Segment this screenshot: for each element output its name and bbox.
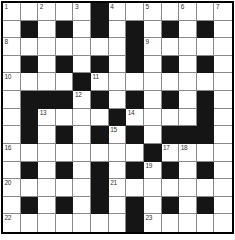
cell-r3c8[interactable] bbox=[144, 56, 162, 74]
cell-r5c0[interactable] bbox=[3, 91, 21, 109]
cell-r1c8[interactable] bbox=[144, 21, 162, 39]
cell-r8c6[interactable] bbox=[109, 144, 127, 162]
cell-r0c6[interactable]: 4 bbox=[109, 3, 127, 21]
cell-r3c12[interactable] bbox=[214, 56, 232, 74]
cell-r12c3[interactable] bbox=[56, 214, 74, 232]
cell-r4c9[interactable] bbox=[162, 73, 180, 91]
black-cell-r1c5 bbox=[91, 21, 109, 39]
cell-r12c9[interactable] bbox=[162, 214, 180, 232]
clue-number-9: 9 bbox=[145, 38, 148, 46]
cell-r9c10[interactable] bbox=[179, 162, 197, 180]
cell-r0c8[interactable]: 5 bbox=[144, 3, 162, 21]
cell-r6c5[interactable] bbox=[91, 109, 109, 127]
black-cell-r5c2 bbox=[38, 91, 56, 109]
cell-r0c12[interactable]: 7 bbox=[214, 3, 232, 21]
cell-r7c4[interactable] bbox=[73, 126, 91, 144]
black-cell-r3c11 bbox=[197, 56, 215, 74]
black-cell-r5c1 bbox=[21, 91, 39, 109]
clue-number-2: 2 bbox=[40, 3, 43, 11]
black-cell-r7c7 bbox=[126, 126, 144, 144]
black-cell-r4c4 bbox=[73, 73, 91, 91]
cell-r6c3[interactable] bbox=[56, 109, 74, 127]
cell-r1c6[interactable] bbox=[109, 21, 127, 39]
cell-r4c7[interactable] bbox=[126, 73, 144, 91]
cell-r11c0[interactable] bbox=[3, 197, 21, 215]
black-cell-r3c9 bbox=[162, 56, 180, 74]
black-cell-r1c7 bbox=[126, 21, 144, 39]
black-cell-r11c3 bbox=[56, 197, 74, 215]
black-cell-r1c3 bbox=[56, 21, 74, 39]
cell-r3c4[interactable] bbox=[73, 56, 91, 74]
cell-r10c7[interactable] bbox=[126, 179, 144, 197]
cell-r0c11[interactable] bbox=[197, 3, 215, 21]
black-cell-r9c7 bbox=[126, 162, 144, 180]
cell-r11c4[interactable] bbox=[73, 197, 91, 215]
black-cell-r9c1 bbox=[21, 162, 39, 180]
cell-r11c6[interactable] bbox=[109, 197, 127, 215]
cell-r6c2[interactable]: 13 bbox=[38, 109, 56, 127]
cell-r4c10[interactable] bbox=[179, 73, 197, 91]
black-cell-r9c11 bbox=[197, 162, 215, 180]
cell-r9c2[interactable] bbox=[38, 162, 56, 180]
cell-r0c2[interactable]: 2 bbox=[38, 3, 56, 21]
black-cell-r11c9 bbox=[162, 197, 180, 215]
cell-r2c2[interactable] bbox=[38, 38, 56, 56]
black-cell-r7c1 bbox=[21, 126, 39, 144]
clue-number-19: 19 bbox=[145, 162, 152, 170]
black-cell-r3c1 bbox=[21, 56, 39, 74]
cell-r6c10[interactable] bbox=[179, 109, 197, 127]
cell-r11c2[interactable] bbox=[38, 197, 56, 215]
clue-number-13: 13 bbox=[40, 109, 47, 117]
cell-r10c4[interactable] bbox=[73, 179, 91, 197]
cell-r2c12[interactable] bbox=[214, 38, 232, 56]
cell-r11c10[interactable] bbox=[179, 197, 197, 215]
black-cell-r5c9 bbox=[162, 91, 180, 109]
cell-r0c10[interactable]: 6 bbox=[179, 3, 197, 21]
cell-r6c0[interactable] bbox=[3, 109, 21, 127]
black-cell-r12c7 bbox=[126, 214, 144, 232]
clue-number-17: 17 bbox=[163, 144, 170, 152]
cell-r7c12[interactable] bbox=[214, 126, 232, 144]
cell-r12c8[interactable]: 23 bbox=[144, 214, 162, 232]
black-cell-r9c3 bbox=[56, 162, 74, 180]
black-cell-r8c8 bbox=[144, 144, 162, 162]
clue-number-3: 3 bbox=[75, 3, 78, 11]
cell-r9c8[interactable]: 19 bbox=[144, 162, 162, 180]
cell-r4c11[interactable] bbox=[197, 73, 215, 91]
cell-r2c0[interactable]: 8 bbox=[3, 38, 21, 56]
black-cell-r1c11 bbox=[197, 21, 215, 39]
black-cell-r9c5 bbox=[91, 162, 109, 180]
cell-r4c0[interactable]: 10 bbox=[3, 73, 21, 91]
cell-r12c0[interactable]: 22 bbox=[3, 214, 21, 232]
cell-r2c11[interactable] bbox=[197, 38, 215, 56]
cell-r8c3[interactable] bbox=[56, 144, 74, 162]
clue-number-8: 8 bbox=[5, 38, 8, 46]
cell-r5c10[interactable] bbox=[179, 91, 197, 109]
black-cell-r6c6 bbox=[109, 109, 127, 127]
cell-r6c9[interactable] bbox=[162, 109, 180, 127]
cell-r4c2[interactable] bbox=[38, 73, 56, 91]
clue-number-12: 12 bbox=[75, 91, 82, 99]
black-cell-r5c7 bbox=[126, 91, 144, 109]
cell-r8c4[interactable] bbox=[73, 144, 91, 162]
cell-r7c2[interactable] bbox=[38, 126, 56, 144]
cell-r12c1[interactable] bbox=[21, 214, 39, 232]
cell-r12c10[interactable] bbox=[179, 214, 197, 232]
cell-r8c1[interactable] bbox=[21, 144, 39, 162]
cell-r10c3[interactable] bbox=[56, 179, 74, 197]
black-cell-r3c5 bbox=[91, 56, 109, 74]
clue-number-15: 15 bbox=[110, 126, 117, 134]
cell-r8c10[interactable]: 18 bbox=[179, 144, 197, 162]
cell-r5c12[interactable] bbox=[214, 91, 232, 109]
clue-number-23: 23 bbox=[145, 214, 152, 222]
black-cell-r10c5 bbox=[91, 179, 109, 197]
black-cell-r7c10 bbox=[179, 126, 197, 144]
cell-r4c1[interactable] bbox=[21, 73, 39, 91]
cell-r11c8[interactable] bbox=[144, 197, 162, 215]
black-cell-r9c9 bbox=[162, 162, 180, 180]
cell-r6c7[interactable]: 14 bbox=[126, 109, 144, 127]
cell-r9c4[interactable] bbox=[73, 162, 91, 180]
clue-number-7: 7 bbox=[216, 3, 219, 11]
cell-r8c5[interactable] bbox=[91, 144, 109, 162]
black-cell-r6c11 bbox=[197, 109, 215, 127]
cell-r4c3[interactable] bbox=[56, 73, 74, 91]
cell-r5c6[interactable] bbox=[109, 91, 127, 109]
cell-r1c12[interactable] bbox=[214, 21, 232, 39]
cell-r7c8[interactable] bbox=[144, 126, 162, 144]
cell-r8c9[interactable]: 17 bbox=[162, 144, 180, 162]
cell-r12c5[interactable] bbox=[91, 214, 109, 232]
cell-r8c0[interactable]: 16 bbox=[3, 144, 21, 162]
black-cell-r5c5 bbox=[91, 91, 109, 109]
cell-r10c2[interactable] bbox=[38, 179, 56, 197]
cell-r6c4[interactable] bbox=[73, 109, 91, 127]
black-cell-r7c3 bbox=[56, 126, 74, 144]
clue-number-14: 14 bbox=[128, 109, 135, 117]
black-cell-r11c11 bbox=[197, 197, 215, 215]
cell-r0c0[interactable]: 1 bbox=[3, 3, 21, 21]
clue-number-18: 18 bbox=[181, 144, 188, 152]
cell-r0c3[interactable] bbox=[56, 3, 74, 21]
cell-r5c8[interactable] bbox=[144, 91, 162, 109]
black-cell-r2c7 bbox=[126, 38, 144, 56]
cell-r2c8[interactable]: 9 bbox=[144, 38, 162, 56]
cell-r2c10[interactable] bbox=[179, 38, 197, 56]
cell-r8c12[interactable] bbox=[214, 144, 232, 162]
cell-r11c12[interactable] bbox=[214, 197, 232, 215]
cell-r12c11[interactable] bbox=[197, 214, 215, 232]
cell-r3c10[interactable] bbox=[179, 56, 197, 74]
cell-r10c10[interactable] bbox=[179, 179, 197, 197]
clue-number-22: 22 bbox=[5, 214, 12, 222]
cell-r1c0[interactable] bbox=[3, 21, 21, 39]
black-cell-r11c1 bbox=[21, 197, 39, 215]
cell-r0c7[interactable] bbox=[126, 3, 144, 21]
cell-r0c9[interactable] bbox=[162, 3, 180, 21]
cell-r2c1[interactable] bbox=[21, 38, 39, 56]
cell-r0c4[interactable]: 3 bbox=[73, 3, 91, 21]
clue-number-20: 20 bbox=[5, 179, 12, 187]
clue-number-11: 11 bbox=[93, 73, 99, 81]
black-cell-r11c7 bbox=[126, 197, 144, 215]
black-cell-r3c3 bbox=[56, 56, 74, 74]
cell-r2c4[interactable] bbox=[73, 38, 91, 56]
clue-number-1: 1 bbox=[5, 3, 8, 11]
black-cell-r0c5 bbox=[91, 3, 109, 21]
clue-number-4: 4 bbox=[110, 3, 113, 11]
clue-number-10: 10 bbox=[5, 73, 12, 81]
clue-number-21: 21 bbox=[110, 179, 117, 187]
cell-r7c6[interactable]: 15 bbox=[109, 126, 127, 144]
black-cell-r11c5 bbox=[91, 197, 109, 215]
cell-r5c4[interactable]: 12 bbox=[73, 91, 91, 109]
black-cell-r7c9 bbox=[162, 126, 180, 144]
cell-r10c8[interactable] bbox=[144, 179, 162, 197]
cell-r10c9[interactable] bbox=[162, 179, 180, 197]
cell-r9c0[interactable] bbox=[3, 162, 21, 180]
cell-r2c3[interactable] bbox=[56, 38, 74, 56]
black-cell-r5c11 bbox=[197, 91, 215, 109]
cell-r7c0[interactable] bbox=[3, 126, 21, 144]
cell-r12c12[interactable] bbox=[214, 214, 232, 232]
black-cell-r1c1 bbox=[21, 21, 39, 39]
black-cell-r3c7 bbox=[126, 56, 144, 74]
black-cell-r7c11 bbox=[197, 126, 215, 144]
cell-r6c12[interactable] bbox=[214, 109, 232, 127]
cell-r9c6[interactable] bbox=[109, 162, 127, 180]
cell-r8c11[interactable] bbox=[197, 144, 215, 162]
clue-number-16: 16 bbox=[5, 144, 12, 152]
cell-r4c5[interactable]: 11 bbox=[91, 73, 109, 91]
cell-r2c5[interactable] bbox=[91, 38, 109, 56]
clue-number-5: 5 bbox=[145, 3, 148, 11]
cell-r12c2[interactable] bbox=[38, 214, 56, 232]
cell-r8c2[interactable] bbox=[38, 144, 56, 162]
cell-r2c9[interactable] bbox=[162, 38, 180, 56]
cell-r8c7[interactable] bbox=[126, 144, 144, 162]
cell-r12c6[interactable] bbox=[109, 214, 127, 232]
cell-r10c0[interactable]: 20 bbox=[3, 179, 21, 197]
cell-r1c2[interactable] bbox=[38, 21, 56, 39]
cell-r3c0[interactable] bbox=[3, 56, 21, 74]
cell-r9c12[interactable] bbox=[214, 162, 232, 180]
cell-r1c10[interactable] bbox=[179, 21, 197, 39]
cell-r1c4[interactable] bbox=[73, 21, 91, 39]
cell-r4c8[interactable] bbox=[144, 73, 162, 91]
crossword-grid: 1234567891011121314151617181920212223 bbox=[1, 1, 234, 234]
cell-r10c12[interactable] bbox=[214, 179, 232, 197]
cell-r2c6[interactable] bbox=[109, 38, 127, 56]
cell-r4c6[interactable] bbox=[109, 73, 127, 91]
cell-r10c11[interactable] bbox=[197, 179, 215, 197]
cell-r10c6[interactable]: 21 bbox=[109, 179, 127, 197]
cell-r4c12[interactable] bbox=[214, 73, 232, 91]
black-cell-r7c5 bbox=[91, 126, 109, 144]
cell-r6c8[interactable] bbox=[144, 109, 162, 127]
black-cell-r6c1 bbox=[21, 109, 39, 127]
cell-r3c2[interactable] bbox=[38, 56, 56, 74]
black-cell-r1c9 bbox=[162, 21, 180, 39]
cell-r0c1[interactable] bbox=[21, 3, 39, 21]
cell-r10c1[interactable] bbox=[21, 179, 39, 197]
cell-r12c4[interactable] bbox=[73, 214, 91, 232]
clue-number-6: 6 bbox=[181, 3, 184, 11]
cell-r3c6[interactable] bbox=[109, 56, 127, 74]
black-cell-r5c3 bbox=[56, 91, 74, 109]
